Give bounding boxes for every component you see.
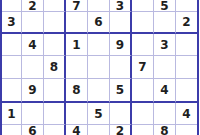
cell-r3-c0[interactable] — [2, 56, 22, 79]
cell-r4-c0[interactable] — [2, 79, 22, 103]
cell-r4-c8[interactable] — [176, 79, 197, 103]
cell-r1-c2[interactable] — [44, 12, 66, 34]
cell-r0-c0[interactable] — [2, 0, 22, 12]
cell-r0-c6[interactable] — [132, 0, 154, 12]
cell-r0-c5[interactable]: 3 — [110, 0, 132, 12]
cell-r4-c2[interactable] — [44, 79, 66, 103]
cell-r2-c7[interactable]: 3 — [154, 34, 176, 56]
cell-r3-c2[interactable]: 8 — [44, 56, 66, 79]
cell-r5-c6[interactable] — [132, 103, 154, 125]
cell-r3-c5[interactable] — [110, 56, 132, 79]
cell-r5-c2[interactable] — [44, 103, 66, 125]
cell-r6-c8[interactable] — [176, 125, 197, 135]
cell-r4-c4[interactable] — [88, 79, 110, 103]
cell-r6-c0[interactable] — [2, 125, 22, 135]
cell-r4-c5[interactable]: 5 — [110, 79, 132, 103]
cell-r3-c7[interactable] — [154, 56, 176, 79]
cell-r6-c2[interactable] — [44, 125, 66, 135]
cell-r3-c8[interactable] — [176, 56, 197, 79]
cell-r5-c3[interactable] — [66, 103, 88, 125]
cell-r4-c7[interactable]: 4 — [154, 79, 176, 103]
cell-r1-c8[interactable]: 2 — [176, 12, 197, 34]
cell-r1-c6[interactable] — [132, 12, 154, 34]
cell-r6-c3[interactable]: 4 — [66, 125, 88, 135]
cell-r3-c4[interactable] — [88, 56, 110, 79]
cell-r6-c1[interactable]: 6 — [22, 125, 44, 135]
cell-r4-c1[interactable]: 9 — [22, 79, 44, 103]
cell-r5-c1[interactable] — [22, 103, 44, 125]
cell-r3-c6[interactable]: 7 — [132, 56, 154, 79]
cell-r6-c6[interactable] — [132, 125, 154, 135]
cell-r2-c8[interactable] — [176, 34, 197, 56]
cell-r5-c0[interactable]: 1 — [2, 103, 22, 125]
cell-r5-c8[interactable]: 4 — [176, 103, 197, 125]
cell-r6-c5[interactable]: 2 — [110, 125, 132, 135]
cell-r1-c3[interactable] — [66, 12, 88, 34]
cell-r2-c4[interactable] — [88, 34, 110, 56]
cell-r3-c3[interactable] — [66, 56, 88, 79]
cell-r2-c6[interactable] — [132, 34, 154, 56]
cell-r0-c1[interactable]: 2 — [22, 0, 44, 12]
cell-r0-c2[interactable] — [44, 0, 66, 12]
cell-r1-c5[interactable] — [110, 12, 132, 34]
cell-r4-c3[interactable]: 8 — [66, 79, 88, 103]
cell-r0-c3[interactable]: 7 — [66, 0, 88, 12]
cell-r0-c8[interactable] — [176, 0, 197, 12]
cell-r0-c7[interactable]: 5 — [154, 0, 176, 12]
cell-r1-c7[interactable] — [154, 12, 176, 34]
sudoku-viewport: 273536241938798541546428 — [0, 0, 200, 135]
cell-r1-c4[interactable]: 6 — [88, 12, 110, 34]
cell-r2-c2[interactable] — [44, 34, 66, 56]
cell-r1-c0[interactable]: 3 — [2, 12, 22, 34]
cell-r2-c3[interactable]: 1 — [66, 34, 88, 56]
cell-r5-c4[interactable]: 5 — [88, 103, 110, 125]
cell-r2-c5[interactable]: 9 — [110, 34, 132, 56]
cell-r1-c1[interactable] — [22, 12, 44, 34]
cell-r3-c1[interactable] — [22, 56, 44, 79]
sudoku-board: 273536241938798541546428 — [0, 0, 199, 135]
cell-r6-c7[interactable]: 8 — [154, 125, 176, 135]
cell-r5-c5[interactable] — [110, 103, 132, 125]
cell-r2-c0[interactable] — [2, 34, 22, 56]
cell-r2-c1[interactable]: 4 — [22, 34, 44, 56]
cell-r6-c4[interactable] — [88, 125, 110, 135]
cell-r4-c6[interactable] — [132, 79, 154, 103]
cell-r5-c7[interactable] — [154, 103, 176, 125]
cell-r0-c4[interactable] — [88, 0, 110, 12]
